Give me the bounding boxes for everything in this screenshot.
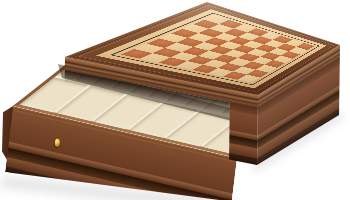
brass-knob xyxy=(53,137,62,150)
drawer-opening-jamb xyxy=(229,89,258,165)
chess-case-photo xyxy=(0,0,350,200)
brass-knob-cap xyxy=(54,138,60,148)
